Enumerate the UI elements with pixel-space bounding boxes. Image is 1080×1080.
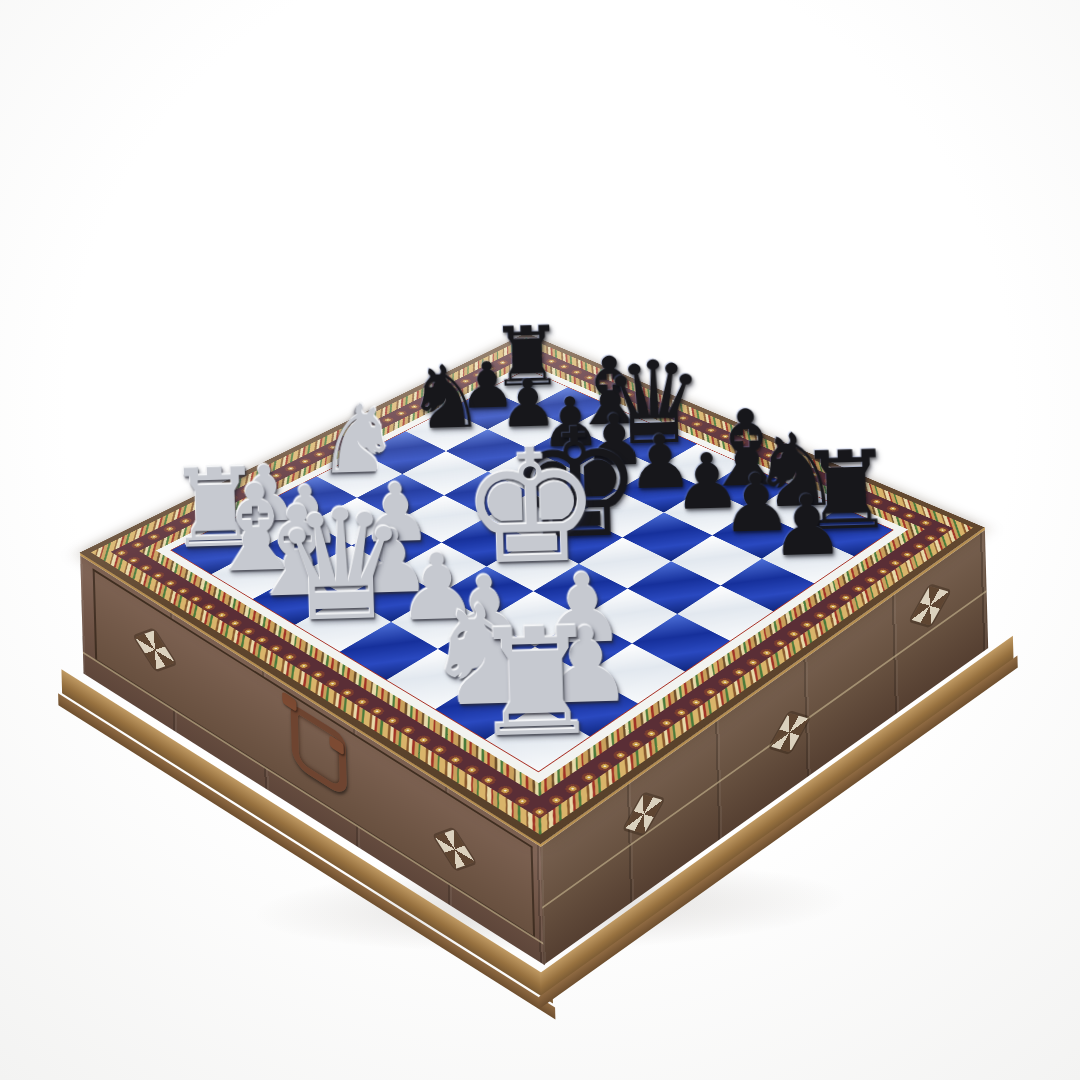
piece-white-queen-d1[interactable]: ♛ (271, 489, 412, 645)
piece-black-pawn-h7[interactable]: ♟ (769, 484, 846, 569)
product-photo-stage: ♜♝♛♝♞♜♟♟♟♟♟♟♟♟♞♚♞♚♟♟♟♟♟♟♟♟♜♝♝♛♞♜ (0, 0, 1080, 1080)
piece-white-rook-h1[interactable]: ♜ (468, 608, 604, 759)
